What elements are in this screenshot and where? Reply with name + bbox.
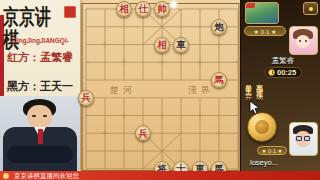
clock-icon: [268, 69, 275, 76]
sidebar: 京京讲棋 -JingJingJIANGQI- 红方：孟繁睿 黑方：王天一: [0, 0, 80, 171]
piece-black-cannon[interactable]: 炮: [211, 19, 227, 35]
last-move-sparkle: [171, 2, 176, 7]
photo-tie: [38, 129, 43, 144]
banner-text: 京京讲棋直播间欢迎您: [14, 171, 79, 180]
photo-face: [27, 105, 52, 129]
gold-coin-button[interactable]: [247, 112, 277, 142]
river-label-left: 楚河: [110, 85, 136, 95]
top-player-name: 孟繁睿: [261, 56, 305, 66]
avatar-bottom-player[interactable]: [289, 122, 318, 156]
top-player-time: 00:25: [277, 68, 296, 77]
stream-thumbnail[interactable]: [245, 2, 279, 24]
right-panel: ★ 0·1 ★ 孟繁睿 00:25 外星人王天一弃 车残局守擂专场 ★ 0·1 …: [240, 0, 320, 171]
live-tag: [246, 3, 255, 8]
piece-red-pawn-a[interactable]: 兵: [78, 90, 94, 106]
piece-black-chariot-a[interactable]: 車: [173, 37, 189, 53]
seal-stamp-icon: [64, 6, 76, 18]
mouse-cursor: [249, 100, 260, 115]
backpack-icon[interactable]: [303, 2, 318, 15]
river-label-right: 漢界: [188, 85, 214, 95]
piece-red-elephant-b[interactable]: 相: [154, 37, 170, 53]
piece-red-advisor[interactable]: 仕: [135, 1, 151, 17]
top-player-timer: 00:25: [265, 67, 302, 78]
show-title: 京京讲棋: [3, 5, 65, 51]
announcement-banner: 京京讲棋直播间欢迎您: [0, 171, 320, 180]
avatar-top-player[interactable]: [289, 26, 318, 55]
xiangqi-live-app: 楚河 漢界 相仕帅炮相車馬兵兵将士車馬 京京讲棋 -JingJingJIANGQ…: [0, 0, 320, 180]
score-badge-top: ★ 0·1 ★: [244, 26, 286, 36]
show-subtitle: -JingJingJIANGQI-: [2, 37, 78, 44]
piece-red-elephant-a[interactable]: 相: [116, 1, 132, 17]
glasses-icon: [296, 136, 302, 141]
bottom-player-name: loseyo...: [250, 158, 310, 167]
black-player-label: 黑方：王天一: [7, 79, 73, 94]
score-badge-bottom: ★ 0·1 ★: [257, 146, 287, 155]
photo-crossed-arms: [7, 146, 73, 163]
red-player-label: 红方：孟繁睿: [7, 50, 73, 65]
banner-logo-icon: [3, 173, 9, 179]
piece-red-horse[interactable]: 馬: [211, 72, 227, 88]
host-photo: [0, 96, 80, 171]
piece-red-general[interactable]: 帅: [154, 1, 170, 17]
